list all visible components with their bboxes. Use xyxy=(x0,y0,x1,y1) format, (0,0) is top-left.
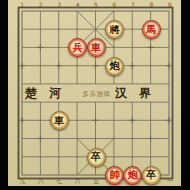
piece-red-soldier[interactable]: 兵 xyxy=(68,38,87,57)
piece-layer: 將馬兵車炮車卒帥炮卒 xyxy=(13,2,179,184)
piece-black-cannon[interactable]: 炮 xyxy=(105,57,124,76)
piece-red-horse[interactable]: 馬 xyxy=(142,20,161,39)
game-screen: 123456789 九八七六五四三二一 楚 河 汉 界 多乐游戏 將馬兵車炮車卒… xyxy=(0,0,190,190)
letterbox-bar xyxy=(0,186,190,190)
piece-black-chariot[interactable]: 車 xyxy=(50,111,69,130)
piece-red-chariot[interactable]: 車 xyxy=(87,38,106,57)
piece-red-cannon[interactable]: 炮 xyxy=(123,166,142,185)
piece-black-soldier-2[interactable]: 卒 xyxy=(142,166,161,185)
xiangqi-board[interactable]: 123456789 九八七六五四三二一 楚 河 汉 界 多乐游戏 將馬兵車炮車卒… xyxy=(8,0,181,186)
piece-black-general[interactable]: 將 xyxy=(105,20,124,39)
piece-red-general[interactable]: 帥 xyxy=(105,166,124,185)
piece-black-soldier-1[interactable]: 卒 xyxy=(87,148,106,167)
